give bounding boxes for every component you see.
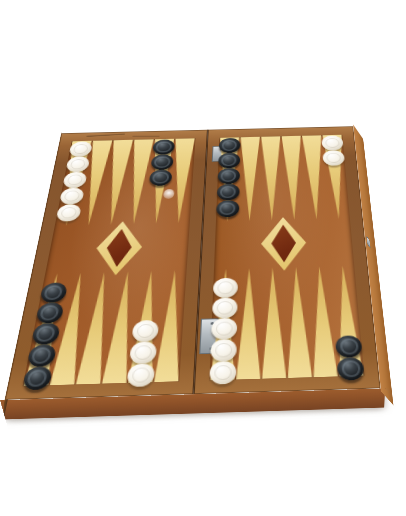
scene	[0, 0, 406, 516]
point-9[interactable]	[101, 271, 140, 384]
point-20[interactable]	[238, 137, 260, 222]
wood-grain-mark	[132, 136, 160, 137]
point-5[interactable]	[235, 268, 261, 380]
point-4[interactable]	[261, 267, 287, 379]
point-3[interactable]	[284, 267, 313, 378]
photo-canvas	[0, 0, 406, 516]
point-24[interactable]	[322, 135, 350, 219]
point-21[interactable]	[260, 136, 283, 221]
point-19[interactable]	[216, 137, 240, 222]
point-7[interactable]	[153, 270, 186, 382]
diamond-inlay	[261, 217, 307, 272]
latch	[366, 236, 370, 249]
playing-field-left	[23, 138, 196, 386]
point-2[interactable]	[308, 266, 339, 377]
point-23[interactable]	[301, 135, 327, 219]
point-22[interactable]	[281, 136, 306, 220]
point-13[interactable]	[55, 141, 93, 226]
point-10[interactable]	[75, 272, 116, 385]
backgammon-board	[5, 126, 381, 400]
diamond-inlay	[92, 221, 145, 276]
